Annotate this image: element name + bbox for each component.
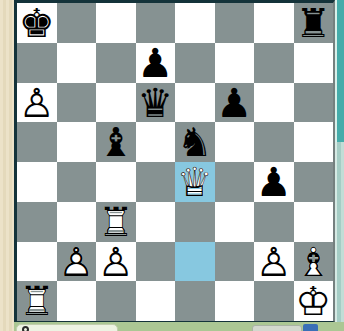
bottom-right-button[interactable] bbox=[252, 325, 302, 331]
square-c4[interactable] bbox=[96, 162, 136, 202]
square-a8[interactable]: ♚ bbox=[17, 3, 57, 43]
white-pawn[interactable]: ♟♙ bbox=[254, 242, 294, 282]
square-b6[interactable] bbox=[57, 83, 97, 123]
square-f8[interactable] bbox=[215, 3, 255, 43]
black-rook[interactable]: ♜ bbox=[294, 3, 334, 43]
square-b8[interactable] bbox=[57, 3, 97, 43]
square-e5[interactable]: ♞ bbox=[175, 122, 215, 162]
square-f7[interactable] bbox=[215, 43, 255, 83]
black-bishop[interactable]: ♝ bbox=[96, 122, 136, 162]
square-b7[interactable] bbox=[57, 43, 97, 83]
square-b4[interactable] bbox=[57, 162, 97, 202]
square-g3[interactable] bbox=[254, 202, 294, 242]
square-a2[interactable] bbox=[17, 242, 57, 282]
square-b3[interactable] bbox=[57, 202, 97, 242]
white-bishop[interactable]: ♝♗ bbox=[294, 242, 334, 282]
square-d3[interactable] bbox=[136, 202, 176, 242]
square-c5[interactable]: ♝ bbox=[96, 122, 136, 162]
square-h7[interactable] bbox=[294, 43, 334, 83]
square-c2[interactable]: ♟♙ bbox=[96, 242, 136, 282]
square-d1[interactable] bbox=[136, 281, 176, 321]
square-d6[interactable]: ♛ bbox=[136, 83, 176, 123]
square-d2[interactable] bbox=[136, 242, 176, 282]
square-h4[interactable] bbox=[294, 162, 334, 202]
square-f1[interactable] bbox=[215, 281, 255, 321]
facebook-icon[interactable] bbox=[303, 324, 318, 331]
chess-board-frame: ♚♜♟♟♙♛♟♝♞♛♕♟♜♖♟♙♟♙♟♙♝♗♜♖♚♔ bbox=[14, 0, 335, 322]
square-c7[interactable] bbox=[96, 43, 136, 83]
chess-app-screenshot: ♚♜♟♟♙♛♟♝♞♛♕♟♜♖♟♙♟♙♟♙♝♗♜♖♚♔ bbox=[0, 0, 344, 331]
white-rook[interactable]: ♜♖ bbox=[17, 281, 57, 321]
square-g1[interactable] bbox=[254, 281, 294, 321]
black-queen[interactable]: ♛ bbox=[136, 83, 176, 123]
square-a6[interactable]: ♟♙ bbox=[17, 83, 57, 123]
square-d8[interactable] bbox=[136, 3, 176, 43]
square-h2[interactable]: ♝♗ bbox=[294, 242, 334, 282]
square-e7[interactable] bbox=[175, 43, 215, 83]
square-f5[interactable] bbox=[215, 122, 255, 162]
bottom-toolbar bbox=[14, 322, 344, 331]
black-pawn[interactable]: ♟ bbox=[254, 162, 294, 202]
square-f2[interactable] bbox=[215, 242, 255, 282]
square-h1[interactable]: ♚♔ bbox=[294, 281, 334, 321]
square-h3[interactable] bbox=[294, 202, 334, 242]
white-queen[interactable]: ♛♕ bbox=[175, 162, 215, 202]
square-a7[interactable] bbox=[17, 43, 57, 83]
page-background-strip bbox=[0, 0, 15, 331]
square-e4[interactable]: ♛♕ bbox=[175, 162, 215, 202]
square-h5[interactable] bbox=[294, 122, 334, 162]
square-e2[interactable] bbox=[175, 242, 215, 282]
white-pawn[interactable]: ♟♙ bbox=[96, 242, 136, 282]
square-f6[interactable]: ♟ bbox=[215, 83, 255, 123]
square-h6[interactable] bbox=[294, 83, 334, 123]
square-e1[interactable] bbox=[175, 281, 215, 321]
white-pawn[interactable]: ♟♙ bbox=[17, 83, 57, 123]
square-g5[interactable] bbox=[254, 122, 294, 162]
square-e3[interactable] bbox=[175, 202, 215, 242]
square-a3[interactable] bbox=[17, 202, 57, 242]
square-h8[interactable]: ♜ bbox=[294, 3, 334, 43]
black-pawn[interactable]: ♟ bbox=[136, 43, 176, 83]
clock-icon bbox=[22, 326, 29, 331]
square-b1[interactable] bbox=[57, 281, 97, 321]
square-c8[interactable] bbox=[96, 3, 136, 43]
square-g8[interactable] bbox=[254, 3, 294, 43]
square-a1[interactable]: ♜♖ bbox=[17, 281, 57, 321]
square-g6[interactable] bbox=[254, 83, 294, 123]
square-c1[interactable] bbox=[96, 281, 136, 321]
square-b2[interactable]: ♟♙ bbox=[57, 242, 97, 282]
square-f3[interactable] bbox=[215, 202, 255, 242]
square-a5[interactable] bbox=[17, 122, 57, 162]
square-g2[interactable]: ♟♙ bbox=[254, 242, 294, 282]
black-knight[interactable]: ♞ bbox=[175, 122, 215, 162]
white-king[interactable]: ♚♔ bbox=[294, 281, 334, 321]
white-rook[interactable]: ♜♖ bbox=[96, 202, 136, 242]
square-g4[interactable]: ♟ bbox=[254, 162, 294, 202]
square-c3[interactable]: ♜♖ bbox=[96, 202, 136, 242]
square-c6[interactable] bbox=[96, 83, 136, 123]
square-g7[interactable] bbox=[254, 43, 294, 83]
square-f4[interactable] bbox=[215, 162, 255, 202]
bottom-left-button[interactable] bbox=[16, 324, 118, 331]
square-e8[interactable] bbox=[175, 3, 215, 43]
vertical-scrollbar[interactable] bbox=[335, 0, 344, 322]
black-pawn[interactable]: ♟ bbox=[215, 83, 255, 123]
square-e6[interactable] bbox=[175, 83, 215, 123]
scrollbar-thumb[interactable] bbox=[335, 0, 344, 142]
square-d4[interactable] bbox=[136, 162, 176, 202]
chess-board: ♚♜♟♟♙♛♟♝♞♛♕♟♜♖♟♙♟♙♟♙♝♗♜♖♚♔ bbox=[17, 3, 333, 321]
square-d7[interactable]: ♟ bbox=[136, 43, 176, 83]
square-d5[interactable] bbox=[136, 122, 176, 162]
square-b5[interactable] bbox=[57, 122, 97, 162]
black-king[interactable]: ♚ bbox=[17, 3, 57, 43]
square-a4[interactable] bbox=[17, 162, 57, 202]
white-pawn[interactable]: ♟♙ bbox=[57, 242, 97, 282]
